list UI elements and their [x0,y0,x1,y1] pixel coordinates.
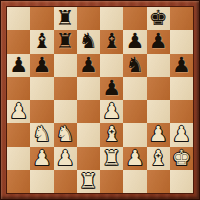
piece-white-pawn-c2[interactable]: ♟ [56,147,75,170]
piece-white-king-h2[interactable]: ♚ [172,147,191,170]
square-d1[interactable]: ♜ [77,170,100,193]
square-h2[interactable]: ♚ [170,147,193,170]
square-b5[interactable] [30,77,53,100]
square-h6[interactable]: ♟ [170,54,193,77]
piece-black-pawn-e5[interactable]: ♟ [102,77,121,100]
square-g7[interactable]: ♟ [147,30,170,53]
square-c2[interactable]: ♟ [54,147,77,170]
square-h8[interactable] [170,7,193,30]
square-e6[interactable] [100,54,123,77]
piece-black-bishop-e7[interactable]: ♝ [102,30,121,53]
square-g8[interactable]: ♚ [147,7,170,30]
piece-black-pawn-b6[interactable]: ♟ [32,54,51,77]
square-e7[interactable]: ♝ [100,30,123,53]
square-b8[interactable] [30,7,53,30]
square-g2[interactable]: ♝ [147,147,170,170]
square-h7[interactable] [170,30,193,53]
piece-white-bishop-e3[interactable]: ♝ [102,123,121,146]
square-d8[interactable] [77,7,100,30]
square-b7[interactable]: ♝ [30,30,53,53]
piece-white-pawn-f2[interactable]: ♟ [125,147,144,170]
square-c5[interactable] [54,77,77,100]
square-e4[interactable]: ♟ [100,100,123,123]
square-g1[interactable] [147,170,170,193]
square-c4[interactable] [54,100,77,123]
piece-black-knight-d7[interactable]: ♞ [79,30,98,53]
square-b4[interactable] [30,100,53,123]
piece-white-bishop-g2[interactable]: ♝ [149,147,168,170]
square-f8[interactable] [123,7,146,30]
piece-white-pawn-h3[interactable]: ♟ [172,123,191,146]
square-f6[interactable]: ♞ [123,54,146,77]
piece-black-pawn-h6[interactable]: ♟ [172,54,191,77]
square-c6[interactable] [54,54,77,77]
square-d4[interactable] [77,100,100,123]
square-h3[interactable]: ♟ [170,123,193,146]
square-e2[interactable]: ♜ [100,147,123,170]
piece-black-pawn-d6[interactable]: ♟ [79,54,98,77]
square-h1[interactable] [170,170,193,193]
square-g6[interactable] [147,54,170,77]
square-a3[interactable] [7,123,30,146]
square-c1[interactable] [54,170,77,193]
board-frame: ♜♚♝♜♞♝♟♟♟♟♟♞♟♟♟♟♞♞♝♟♟♟♟♜♟♝♚♜ [0,0,200,200]
square-f4[interactable] [123,100,146,123]
square-f1[interactable] [123,170,146,193]
square-d5[interactable] [77,77,100,100]
chess-diagram-screenshot: ♜♚♝♜♞♝♟♟♟♟♟♞♟♟♟♟♞♞♝♟♟♟♟♜♟♝♚♜ [0,0,200,200]
square-d7[interactable]: ♞ [77,30,100,53]
square-b1[interactable] [30,170,53,193]
square-f5[interactable] [123,77,146,100]
square-e1[interactable] [100,170,123,193]
square-a2[interactable] [7,147,30,170]
square-g3[interactable]: ♟ [147,123,170,146]
square-d3[interactable] [77,123,100,146]
piece-white-knight-b3[interactable]: ♞ [32,123,51,146]
square-h5[interactable] [170,77,193,100]
square-f2[interactable]: ♟ [123,147,146,170]
piece-white-pawn-a4[interactable]: ♟ [9,100,28,123]
square-a8[interactable] [7,7,30,30]
square-g4[interactable] [147,100,170,123]
square-h4[interactable] [170,100,193,123]
piece-white-pawn-b2[interactable]: ♟ [32,147,51,170]
piece-white-rook-d1[interactable]: ♜ [79,170,98,193]
square-b3[interactable]: ♞ [30,123,53,146]
square-d6[interactable]: ♟ [77,54,100,77]
square-e5[interactable]: ♟ [100,77,123,100]
piece-black-pawn-g7[interactable]: ♟ [149,30,168,53]
square-f3[interactable] [123,123,146,146]
square-a5[interactable] [7,77,30,100]
square-e3[interactable]: ♝ [100,123,123,146]
piece-white-knight-c3[interactable]: ♞ [56,123,75,146]
piece-white-pawn-g3[interactable]: ♟ [149,123,168,146]
square-b2[interactable]: ♟ [30,147,53,170]
square-a6[interactable]: ♟ [7,54,30,77]
piece-black-pawn-f7[interactable]: ♟ [125,30,144,53]
square-d2[interactable] [77,147,100,170]
piece-black-knight-f6[interactable]: ♞ [125,54,144,77]
square-c8[interactable]: ♜ [54,7,77,30]
piece-white-pawn-e4[interactable]: ♟ [102,100,121,123]
square-a1[interactable] [7,170,30,193]
piece-black-pawn-a6[interactable]: ♟ [9,54,28,77]
piece-black-rook-c7[interactable]: ♜ [56,30,75,53]
square-b6[interactable]: ♟ [30,54,53,77]
square-e8[interactable] [100,7,123,30]
square-f7[interactable]: ♟ [123,30,146,53]
chess-board: ♜♚♝♜♞♝♟♟♟♟♟♞♟♟♟♟♞♞♝♟♟♟♟♜♟♝♚♜ [7,7,193,193]
piece-black-bishop-b7[interactable]: ♝ [32,30,51,53]
square-a7[interactable] [7,30,30,53]
square-g5[interactable] [147,77,170,100]
square-c3[interactable]: ♞ [54,123,77,146]
piece-white-rook-e2[interactable]: ♜ [102,147,121,170]
square-c7[interactable]: ♜ [54,30,77,53]
piece-black-king-g8[interactable]: ♚ [149,7,168,30]
square-a4[interactable]: ♟ [7,100,30,123]
piece-black-rook-c8[interactable]: ♜ [56,7,75,30]
